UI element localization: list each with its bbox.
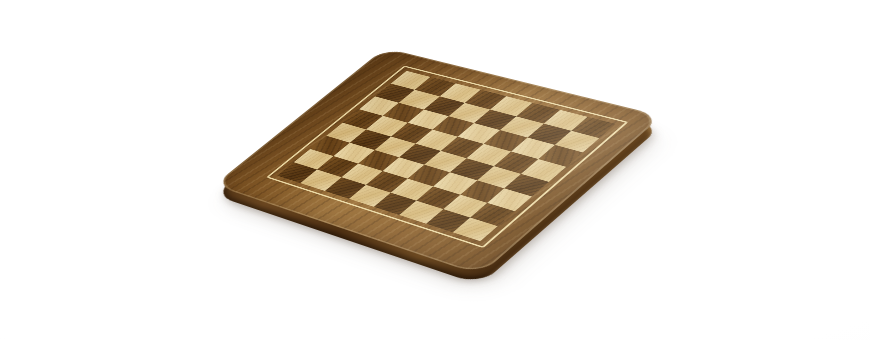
chess-board [214, 48, 662, 275]
photo-background [0, 0, 870, 340]
